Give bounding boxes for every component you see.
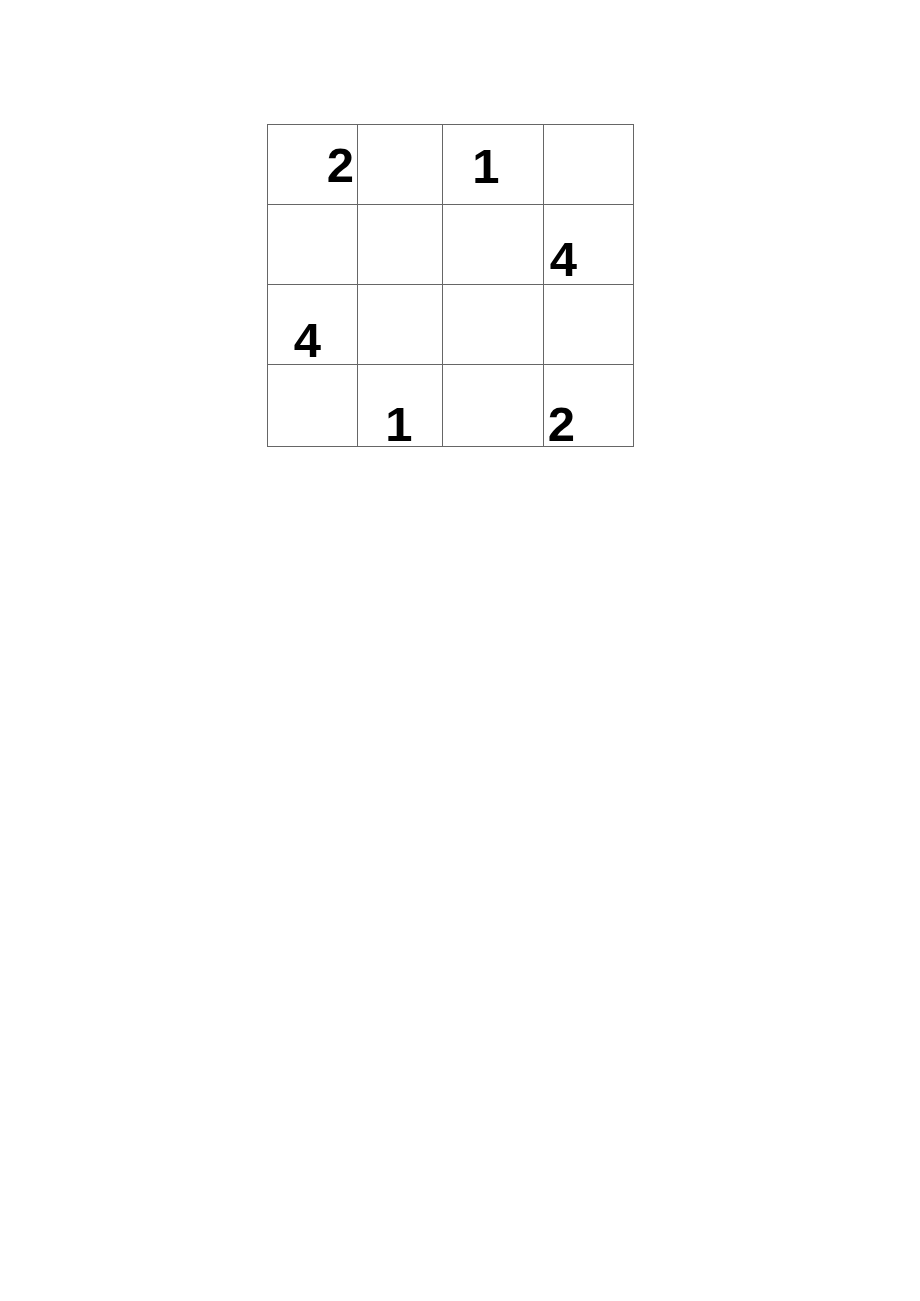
cell-r1c1[interactable]: 2: [268, 125, 358, 205]
given-digit: 1: [472, 142, 499, 191]
worksheet-page: 2 1 4 4 1 2: [0, 0, 920, 1301]
cell-r3c4[interactable]: [544, 285, 633, 365]
cell-r3c1[interactable]: 4: [268, 285, 358, 365]
cell-r1c3[interactable]: 1: [443, 125, 544, 205]
given-digit: 4: [550, 235, 577, 284]
cell-r4c4[interactable]: 2: [544, 365, 633, 446]
cell-r3c2[interactable]: [358, 285, 443, 365]
given-digit: 1: [385, 400, 412, 449]
given-digit: 2: [327, 141, 354, 190]
cell-r2c1[interactable]: [268, 205, 358, 285]
cell-r1c2[interactable]: [358, 125, 443, 205]
cell-r2c4[interactable]: 4: [544, 205, 633, 285]
given-digit: 2: [548, 400, 575, 449]
given-digit: 4: [294, 316, 321, 365]
cell-r4c1[interactable]: [268, 365, 358, 446]
cell-r2c3[interactable]: [443, 205, 544, 285]
cell-r4c3[interactable]: [443, 365, 544, 446]
sudoku-grid: 2 1 4 4 1 2: [267, 124, 634, 447]
cell-r3c3[interactable]: [443, 285, 544, 365]
cell-r2c2[interactable]: [358, 205, 443, 285]
cell-r4c2[interactable]: 1: [358, 365, 443, 446]
cell-r1c4[interactable]: [544, 125, 633, 205]
